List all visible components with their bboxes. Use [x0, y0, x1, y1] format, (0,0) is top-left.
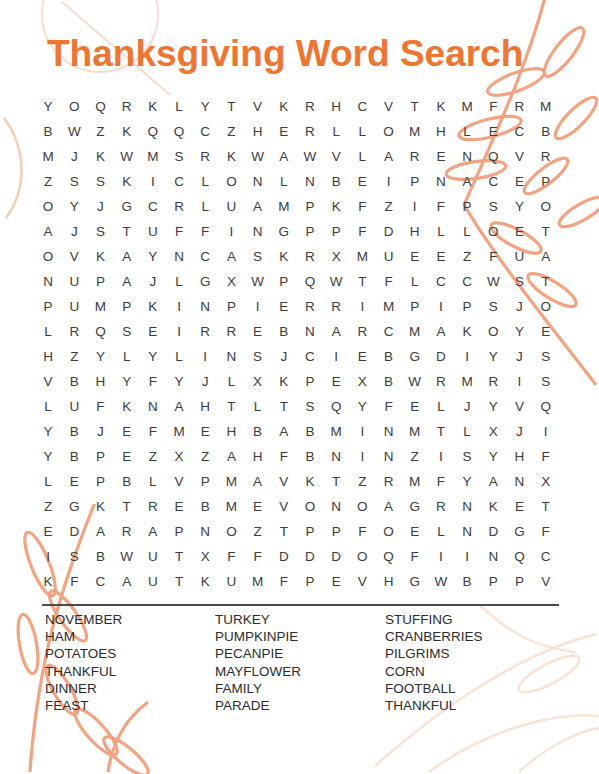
- grid-cell-r13c1: L: [35, 394, 61, 419]
- grid-cell-r14c5: F: [140, 419, 166, 444]
- word-list-item: DINNER: [45, 680, 215, 697]
- grid-cell-r11c3: Y: [87, 344, 113, 369]
- grid-cell-r2c3: Z: [87, 119, 113, 144]
- grid-cell-r9c7: N: [192, 294, 218, 319]
- grid-cell-r16c10: V: [271, 469, 297, 494]
- grid-cell-r14c13: I: [349, 419, 375, 444]
- grid-cell-r16c14: R: [375, 469, 401, 494]
- grid-cell-r7c7: C: [192, 244, 218, 269]
- grid-cell-r14c10: A: [271, 419, 297, 444]
- grid-cell-r17c10: V: [271, 494, 297, 519]
- grid-cell-r13c12: Q: [323, 394, 349, 419]
- grid-cell-r11c20: S: [533, 344, 559, 369]
- grid-cell-r1c10: K: [271, 94, 297, 119]
- grid-cell-r2c19: C: [506, 119, 532, 144]
- grid-cell-r10c5: E: [140, 319, 166, 344]
- grid-cell-r2c7: C: [192, 119, 218, 144]
- grid-cell-r5c13: F: [349, 194, 375, 219]
- grid-cell-r13c13: Y: [349, 394, 375, 419]
- grid-cell-r9c18: S: [480, 294, 506, 319]
- grid-cell-r19c2: S: [61, 544, 87, 569]
- grid-cell-r14c7: E: [192, 419, 218, 444]
- grid-cell-r20c19: P: [506, 569, 532, 594]
- grid-cell-r16c18: A: [480, 469, 506, 494]
- grid-cell-r12c15: W: [402, 369, 428, 394]
- grid-cell-r19c11: D: [297, 544, 323, 569]
- grid-cell-r6c16: L: [428, 219, 454, 244]
- grid-cell-r13c9: L: [245, 394, 271, 419]
- word-list-item: FEAST: [45, 697, 215, 714]
- grid-cell-r4c6: C: [166, 169, 192, 194]
- grid-cell-r16c19: N: [506, 469, 532, 494]
- grid-cell-r15c5: Z: [140, 444, 166, 469]
- grid-cell-r15c4: E: [114, 444, 140, 469]
- grid-cell-r18c20: F: [533, 519, 559, 544]
- grid-cell-r17c6: E: [166, 494, 192, 519]
- grid-cell-r9c16: I: [428, 294, 454, 319]
- grid-cell-r12c18: R: [480, 369, 506, 394]
- grid-cell-r16c15: M: [402, 469, 428, 494]
- grid-cell-r10c1: L: [35, 319, 61, 344]
- grid-cell-r4c2: S: [61, 169, 87, 194]
- grid-cell-r14c3: J: [87, 419, 113, 444]
- grid-cell-r20c14: H: [375, 569, 401, 594]
- grid-cell-r10c11: N: [297, 319, 323, 344]
- grid-cell-r12c1: V: [35, 369, 61, 394]
- grid-cell-r16c6: V: [166, 469, 192, 494]
- grid-cell-r14c1: Y: [35, 419, 61, 444]
- grid-cell-r4c14: I: [375, 169, 401, 194]
- grid-cell-r2c12: L: [323, 119, 349, 144]
- grid-cell-r12c7: J: [192, 369, 218, 394]
- grid-cell-r1c11: R: [297, 94, 323, 119]
- grid-cell-r16c2: E: [61, 469, 87, 494]
- grid-cell-r4c13: E: [349, 169, 375, 194]
- grid-cell-r19c16: I: [428, 544, 454, 569]
- grid-cell-r3c7: R: [192, 144, 218, 169]
- grid-cell-r3c14: A: [375, 144, 401, 169]
- grid-cell-r17c15: G: [402, 494, 428, 519]
- grid-cell-r19c3: B: [87, 544, 113, 569]
- grid-cell-r7c17: Z: [454, 244, 480, 269]
- grid-cell-r6c4: T: [114, 219, 140, 244]
- grid-cell-r1c2: O: [61, 94, 87, 119]
- grid-cell-r8c8: X: [218, 269, 244, 294]
- grid-cell-r10c2: R: [61, 319, 87, 344]
- page-title: Thanksgiving Word Search: [47, 33, 523, 75]
- grid-cell-r13c10: T: [271, 394, 297, 419]
- grid-cell-r13c3: F: [87, 394, 113, 419]
- grid-cell-r18c2: D: [61, 519, 87, 544]
- grid-cell-r16c16: F: [428, 469, 454, 494]
- grid-cell-r14c18: X: [480, 419, 506, 444]
- grid-cell-r12c12: E: [323, 369, 349, 394]
- grid-cell-r20c20: V: [533, 569, 559, 594]
- grid-cell-r5c16: F: [428, 194, 454, 219]
- grid-cell-r3c19: V: [506, 144, 532, 169]
- word-list-item: HAM: [45, 628, 215, 645]
- word-list-item: THANKFUL: [385, 697, 560, 714]
- grid-cell-r15c15: Z: [402, 444, 428, 469]
- grid-cell-r19c15: F: [402, 544, 428, 569]
- grid-cell-r1c19: R: [506, 94, 532, 119]
- grid-cell-r5c3: J: [87, 194, 113, 219]
- grid-cell-r18c1: E: [35, 519, 61, 544]
- grid-cell-r15c20: F: [533, 444, 559, 469]
- grid-cell-r17c11: O: [297, 494, 323, 519]
- grid-cell-r18c16: L: [428, 519, 454, 544]
- grid-cell-r6c15: H: [402, 219, 428, 244]
- grid-cell-r3c15: R: [402, 144, 428, 169]
- grid-cell-r1c8: T: [218, 94, 244, 119]
- grid-cell-r20c15: G: [402, 569, 428, 594]
- grid-cell-r6c9: N: [245, 219, 271, 244]
- grid-cell-r13c18: Y: [480, 394, 506, 419]
- grid-cell-r13c6: A: [166, 394, 192, 419]
- grid-cell-r1c5: K: [140, 94, 166, 119]
- grid-cell-r1c6: L: [166, 94, 192, 119]
- grid-cell-r14c4: E: [114, 419, 140, 444]
- grid-cell-r6c20: T: [533, 219, 559, 244]
- grid-cell-r9c1: P: [35, 294, 61, 319]
- grid-cell-r17c2: G: [61, 494, 87, 519]
- grid-cell-r1c18: F: [480, 94, 506, 119]
- grid-cell-r1c20: M: [533, 94, 559, 119]
- grid-cell-r17c4: T: [114, 494, 140, 519]
- grid-cell-r13c11: S: [297, 394, 323, 419]
- grid-cell-r14c17: L: [454, 419, 480, 444]
- grid-cell-r6c11: P: [297, 219, 323, 244]
- grid-cell-r16c20: X: [533, 469, 559, 494]
- grid-cell-r3c4: W: [114, 144, 140, 169]
- grid-cell-r7c19: U: [506, 244, 532, 269]
- grid-cell-r17c13: O: [349, 494, 375, 519]
- grid-cell-r20c7: K: [192, 569, 218, 594]
- grid-cell-r8c14: F: [375, 269, 401, 294]
- grid-cell-r6c10: G: [271, 219, 297, 244]
- grid-cell-r8c17: C: [454, 269, 480, 294]
- grid-cell-r17c7: B: [192, 494, 218, 519]
- grid-cell-r10c20: E: [533, 319, 559, 344]
- grid-cell-r1c17: M: [454, 94, 480, 119]
- grid-cell-r7c11: R: [297, 244, 323, 269]
- grid-cell-r12c20: S: [533, 369, 559, 394]
- grid-cell-r4c12: B: [323, 169, 349, 194]
- grid-cell-r5c9: A: [245, 194, 271, 219]
- grid-cell-r18c10: T: [271, 519, 297, 544]
- grid-cell-r17c12: N: [323, 494, 349, 519]
- grid-cell-r14c8: H: [218, 419, 244, 444]
- grid-cell-r12c3: H: [87, 369, 113, 394]
- grid-cell-r4c5: I: [140, 169, 166, 194]
- grid-cell-r18c19: G: [506, 519, 532, 544]
- grid-cell-r18c4: R: [114, 519, 140, 544]
- grid-cell-r3c2: J: [61, 144, 87, 169]
- grid-cell-r20c18: P: [480, 569, 506, 594]
- grid-cell-r17c3: K: [87, 494, 113, 519]
- grid-cell-r11c18: Y: [480, 344, 506, 369]
- grid-cell-r7c2: V: [61, 244, 87, 269]
- grid-cell-r4c20: P: [533, 169, 559, 194]
- grid-cell-r11c15: G: [402, 344, 428, 369]
- grid-cell-r17c5: R: [140, 494, 166, 519]
- grid-cell-r14c6: M: [166, 419, 192, 444]
- grid-cell-r6c17: L: [454, 219, 480, 244]
- grid-cell-r18c9: Z: [245, 519, 271, 544]
- grid-cell-r5c1: O: [35, 194, 61, 219]
- grid-cell-r15c19: H: [506, 444, 532, 469]
- grid-cell-r3c18: Q: [480, 144, 506, 169]
- grid-cell-r15c7: Z: [192, 444, 218, 469]
- grid-cell-r9c15: P: [402, 294, 428, 319]
- grid-cell-r5c11: P: [297, 194, 323, 219]
- grid-cell-r17c16: R: [428, 494, 454, 519]
- grid-cell-r14c19: J: [506, 419, 532, 444]
- grid-cell-r7c1: O: [35, 244, 61, 269]
- grid-cell-r10c10: B: [271, 319, 297, 344]
- grid-cell-r13c2: U: [61, 394, 87, 419]
- grid-cell-r10c16: A: [428, 319, 454, 344]
- grid-cell-r9c4: P: [114, 294, 140, 319]
- grid-cell-r19c10: D: [271, 544, 297, 569]
- grid-cell-r3c5: M: [140, 144, 166, 169]
- grid-cell-r18c18: D: [480, 519, 506, 544]
- grid-cell-r14c16: T: [428, 419, 454, 444]
- grid-cell-r10c14: C: [375, 319, 401, 344]
- grid-cell-r7c5: Y: [140, 244, 166, 269]
- grid-cell-r6c14: D: [375, 219, 401, 244]
- grid-cell-r2c17: L: [454, 119, 480, 144]
- grid-cell-r13c8: T: [218, 394, 244, 419]
- grid-cell-r10c17: K: [454, 319, 480, 344]
- grid-cell-r15c3: P: [87, 444, 113, 469]
- word-list-item: PILGRIMS: [385, 645, 560, 662]
- grid-cell-r20c2: F: [61, 569, 87, 594]
- grid-cell-r17c19: E: [506, 494, 532, 519]
- grid-cell-r20c5: U: [140, 569, 166, 594]
- grid-cell-r2c2: W: [61, 119, 87, 144]
- grid-cell-r18c12: P: [323, 519, 349, 544]
- grid-cell-r8c9: W: [245, 269, 271, 294]
- grid-cell-r7c4: A: [114, 244, 140, 269]
- grid-cell-r17c14: A: [375, 494, 401, 519]
- grid-cell-r15c2: B: [61, 444, 87, 469]
- grid-cell-r3c3: K: [87, 144, 113, 169]
- word-list-item: FOOTBALL: [385, 680, 560, 697]
- grid-cell-r16c4: B: [114, 469, 140, 494]
- grid-cell-r16c11: K: [297, 469, 323, 494]
- grid-cell-r11c10: J: [271, 344, 297, 369]
- grid-cell-r9c14: M: [375, 294, 401, 319]
- grid-cell-r17c9: E: [245, 494, 271, 519]
- grid-cell-r13c17: J: [454, 394, 480, 419]
- grid-cell-r14c9: B: [245, 419, 271, 444]
- grid-cell-r6c13: F: [349, 219, 375, 244]
- grid-cell-r7c12: X: [323, 244, 349, 269]
- grid-cell-r20c8: U: [218, 569, 244, 594]
- grid-cell-r11c1: H: [35, 344, 61, 369]
- grid-cell-r15c13: I: [349, 444, 375, 469]
- grid-cell-r13c7: H: [192, 394, 218, 419]
- grid-cell-r14c20: I: [533, 419, 559, 444]
- grid-cell-r3c17: N: [454, 144, 480, 169]
- grid-cell-r14c12: M: [323, 419, 349, 444]
- grid-cell-r2c15: M: [402, 119, 428, 144]
- grid-cell-r1c9: V: [245, 94, 271, 119]
- grid-cell-r2c20: B: [533, 119, 559, 144]
- grid-cell-r18c11: P: [297, 519, 323, 544]
- grid-cell-r10c12: A: [323, 319, 349, 344]
- grid-cell-r15c16: I: [428, 444, 454, 469]
- grid-cell-r12c19: I: [506, 369, 532, 394]
- word-list-item: STUFFING: [385, 611, 560, 628]
- grid-cell-r9c5: K: [140, 294, 166, 319]
- grid-cell-r12c13: X: [349, 369, 375, 394]
- grid-cell-r8c20: T: [533, 269, 559, 294]
- grid-cell-r5c10: M: [271, 194, 297, 219]
- grid-cell-r10c8: R: [218, 319, 244, 344]
- grid-cell-r1c3: Q: [87, 94, 113, 119]
- grid-cell-r5c5: C: [140, 194, 166, 219]
- grid-cell-r12c11: P: [297, 369, 323, 394]
- grid-cell-r5c20: O: [533, 194, 559, 219]
- grid-cell-r4c9: N: [245, 169, 271, 194]
- grid-cell-r14c15: M: [402, 419, 428, 444]
- grid-cell-r13c20: Q: [533, 394, 559, 419]
- grid-cell-r11c11: C: [297, 344, 323, 369]
- grid-cell-r12c16: R: [428, 369, 454, 394]
- grid-cell-r8c13: T: [349, 269, 375, 294]
- grid-cell-r2c16: H: [428, 119, 454, 144]
- grid-cell-r11c2: Z: [61, 344, 87, 369]
- grid-cell-r5c15: I: [402, 194, 428, 219]
- grid-cell-r14c2: B: [61, 419, 87, 444]
- grid-cell-r6c2: J: [61, 219, 87, 244]
- grid-cell-r2c6: Q: [166, 119, 192, 144]
- grid-cell-r5c6: R: [166, 194, 192, 219]
- grid-cell-r20c9: M: [245, 569, 271, 594]
- grid-cell-r13c19: V: [506, 394, 532, 419]
- grid-cell-r8c15: L: [402, 269, 428, 294]
- grid-cell-r11c5: Y: [140, 344, 166, 369]
- grid-cell-r11c9: S: [245, 344, 271, 369]
- grid-cell-r11c16: D: [428, 344, 454, 369]
- grid-cell-r7c9: S: [245, 244, 271, 269]
- grid-cell-r10c18: O: [480, 319, 506, 344]
- grid-cell-r2c10: E: [271, 119, 297, 144]
- grid-cell-r5c12: K: [323, 194, 349, 219]
- grid-cell-r2c13: L: [349, 119, 375, 144]
- grid-cell-r4c18: C: [480, 169, 506, 194]
- grid-cell-r9c8: P: [218, 294, 244, 319]
- grid-cell-r7c10: K: [271, 244, 297, 269]
- word-grid: YOQRKLYTVKRHCVTKMFRMBWZKQQCZHERLLOMHLECB…: [35, 94, 559, 594]
- grid-cell-r18c8: O: [218, 519, 244, 544]
- grid-cell-r7c6: N: [166, 244, 192, 269]
- grid-cell-r7c20: A: [533, 244, 559, 269]
- grid-cell-r4c17: A: [454, 169, 480, 194]
- word-list: NOVEMBERHAMPOTATOESTHANKFULDINNERFEASTTU…: [45, 611, 560, 714]
- grid-cell-r11c12: I: [323, 344, 349, 369]
- grid-cell-r4c8: O: [218, 169, 244, 194]
- grid-cell-r9c10: E: [271, 294, 297, 319]
- grid-cell-r16c1: L: [35, 469, 61, 494]
- grid-cell-r15c14: N: [375, 444, 401, 469]
- grid-cell-r8c2: U: [61, 269, 87, 294]
- grid-cell-r1c15: T: [402, 94, 428, 119]
- grid-cell-r10c3: Q: [87, 319, 113, 344]
- grid-cell-r9c19: J: [506, 294, 532, 319]
- grid-cell-r1c1: Y: [35, 94, 61, 119]
- grid-cell-r13c14: F: [375, 394, 401, 419]
- word-list-column-1: NOVEMBERHAMPOTATOESTHANKFULDINNERFEAST: [45, 611, 215, 714]
- grid-cell-r11c14: B: [375, 344, 401, 369]
- grid-cell-r3c11: W: [297, 144, 323, 169]
- grid-cell-r16c7: P: [192, 469, 218, 494]
- grid-cell-r12c8: L: [218, 369, 244, 394]
- grid-cell-r1c14: V: [375, 94, 401, 119]
- grid-cell-r4c4: K: [114, 169, 140, 194]
- grid-cell-r1c16: K: [428, 94, 454, 119]
- grid-cell-r12c10: K: [271, 369, 297, 394]
- grid-cell-r8c3: P: [87, 269, 113, 294]
- grid-cell-r11c7: I: [192, 344, 218, 369]
- grid-cell-r4c19: E: [506, 169, 532, 194]
- grid-cell-r9c20: O: [533, 294, 559, 319]
- grid-cell-r10c4: S: [114, 319, 140, 344]
- grid-cell-r20c4: A: [114, 569, 140, 594]
- grid-cell-r4c7: L: [192, 169, 218, 194]
- word-list-item: TURKEY: [215, 611, 385, 628]
- grid-cell-r20c10: F: [271, 569, 297, 594]
- grid-cell-r19c5: U: [140, 544, 166, 569]
- grid-cell-r5c14: Z: [375, 194, 401, 219]
- grid-cell-r2c9: H: [245, 119, 271, 144]
- grid-cell-r18c13: F: [349, 519, 375, 544]
- grid-cell-r17c20: T: [533, 494, 559, 519]
- grid-cell-r11c8: N: [218, 344, 244, 369]
- word-list-item: CORN: [385, 663, 560, 680]
- grid-cell-r13c16: L: [428, 394, 454, 419]
- grid-cell-r15c12: N: [323, 444, 349, 469]
- grid-cell-r16c17: Y: [454, 469, 480, 494]
- grid-cell-r4c16: N: [428, 169, 454, 194]
- grid-cell-r4c10: L: [271, 169, 297, 194]
- grid-cell-r8c19: S: [506, 269, 532, 294]
- grid-cell-r12c4: Y: [114, 369, 140, 394]
- grid-cell-r2c14: O: [375, 119, 401, 144]
- grid-cell-r6c3: S: [87, 219, 113, 244]
- grid-cell-r16c9: A: [245, 469, 271, 494]
- grid-cell-r5c17: P: [454, 194, 480, 219]
- grid-cell-r18c3: A: [87, 519, 113, 544]
- grid-cell-r1c7: Y: [192, 94, 218, 119]
- grid-cell-r3c12: V: [323, 144, 349, 169]
- grid-cell-r4c1: Z: [35, 169, 61, 194]
- grid-cell-r17c17: N: [454, 494, 480, 519]
- word-list-item: THANKFUL: [45, 663, 215, 680]
- grid-cell-r8c5: J: [140, 269, 166, 294]
- grid-cell-r13c15: E: [402, 394, 428, 419]
- grid-cell-r19c13: O: [349, 544, 375, 569]
- word-list-item: POTATOES: [45, 645, 215, 662]
- grid-cell-r19c17: I: [454, 544, 480, 569]
- grid-cell-r11c17: I: [454, 344, 480, 369]
- grid-cell-r8c18: W: [480, 269, 506, 294]
- grid-cell-r6c8: I: [218, 219, 244, 244]
- grid-cell-r14c14: N: [375, 419, 401, 444]
- grid-cell-r12c2: B: [61, 369, 87, 394]
